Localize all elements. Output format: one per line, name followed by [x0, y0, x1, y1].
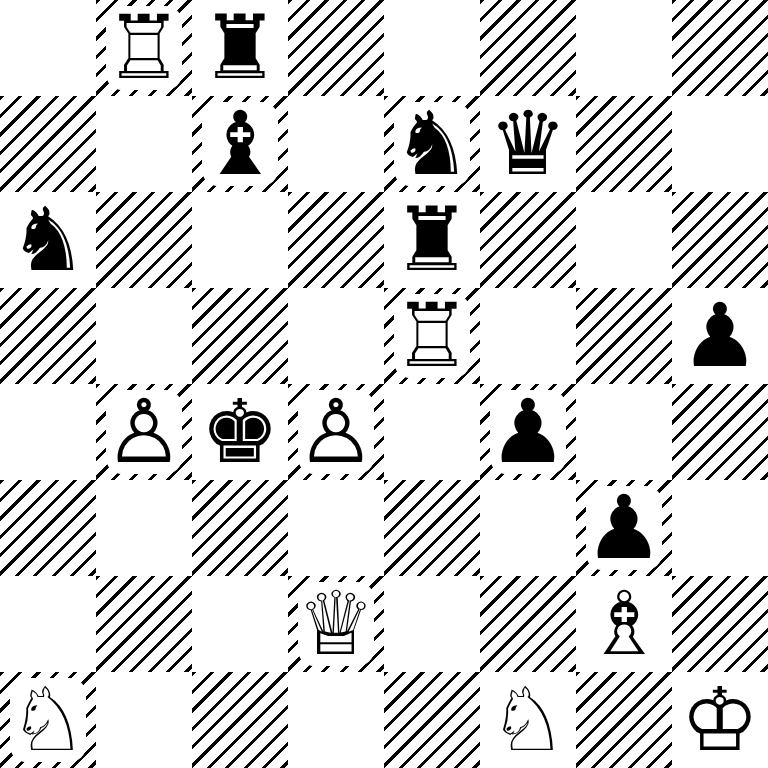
square-c8[interactable]: ♜: [192, 0, 288, 96]
square-f2[interactable]: [480, 576, 576, 672]
square-f3[interactable]: [480, 480, 576, 576]
black-knight[interactable]: ♞: [393, 96, 472, 192]
square-h2[interactable]: [672, 576, 768, 672]
square-g6[interactable]: [576, 192, 672, 288]
square-f6[interactable]: [480, 192, 576, 288]
square-d8[interactable]: [288, 0, 384, 96]
square-e8[interactable]: [384, 0, 480, 96]
square-a8[interactable]: [0, 0, 96, 96]
square-b2[interactable]: [96, 576, 192, 672]
square-e4[interactable]: [384, 384, 480, 480]
square-f4[interactable]: ♟: [480, 384, 576, 480]
square-a3[interactable]: [0, 480, 96, 576]
square-d5[interactable]: [288, 288, 384, 384]
square-d4[interactable]: ♙: [288, 384, 384, 480]
square-d7[interactable]: [288, 96, 384, 192]
square-g8[interactable]: [576, 0, 672, 96]
white-king[interactable]: ♔: [681, 672, 760, 768]
square-b5[interactable]: [96, 288, 192, 384]
white-rook[interactable]: ♖: [105, 0, 184, 96]
square-a6[interactable]: ♞: [0, 192, 96, 288]
square-c5[interactable]: [192, 288, 288, 384]
square-d6[interactable]: [288, 192, 384, 288]
square-g5[interactable]: [576, 288, 672, 384]
square-g3[interactable]: ♟: [576, 480, 672, 576]
square-f1[interactable]: ♘: [480, 672, 576, 768]
white-queen[interactable]: ♕: [297, 576, 376, 672]
square-a7[interactable]: [0, 96, 96, 192]
chess-board: ♖♜♝♞♛♞♜♖♟♙♚♙♟♟♕♗♘♘♔: [0, 0, 768, 768]
square-b1[interactable]: [96, 672, 192, 768]
black-pawn[interactable]: ♟: [489, 384, 568, 480]
square-e3[interactable]: [384, 480, 480, 576]
black-bishop[interactable]: ♝: [201, 96, 280, 192]
black-pawn[interactable]: ♟: [585, 480, 664, 576]
black-knight[interactable]: ♞: [9, 192, 88, 288]
black-queen[interactable]: ♛: [489, 96, 568, 192]
square-h7[interactable]: [672, 96, 768, 192]
square-a4[interactable]: [0, 384, 96, 480]
square-h5[interactable]: ♟: [672, 288, 768, 384]
square-b7[interactable]: [96, 96, 192, 192]
square-d2[interactable]: ♕: [288, 576, 384, 672]
white-knight[interactable]: ♘: [9, 672, 88, 768]
square-d3[interactable]: [288, 480, 384, 576]
square-c2[interactable]: [192, 576, 288, 672]
square-g7[interactable]: [576, 96, 672, 192]
square-h1[interactable]: ♔: [672, 672, 768, 768]
square-e2[interactable]: [384, 576, 480, 672]
white-pawn[interactable]: ♙: [105, 384, 184, 480]
square-g4[interactable]: [576, 384, 672, 480]
square-b8[interactable]: ♖: [96, 0, 192, 96]
square-g1[interactable]: [576, 672, 672, 768]
square-e6[interactable]: ♜: [384, 192, 480, 288]
square-h4[interactable]: [672, 384, 768, 480]
square-c4[interactable]: ♚: [192, 384, 288, 480]
square-e7[interactable]: ♞: [384, 96, 480, 192]
square-f7[interactable]: ♛: [480, 96, 576, 192]
square-b6[interactable]: [96, 192, 192, 288]
square-e5[interactable]: ♖: [384, 288, 480, 384]
white-knight[interactable]: ♘: [489, 672, 568, 768]
white-pawn[interactable]: ♙: [297, 384, 376, 480]
square-h6[interactable]: [672, 192, 768, 288]
square-h8[interactable]: [672, 0, 768, 96]
black-pawn[interactable]: ♟: [681, 288, 760, 384]
white-rook[interactable]: ♖: [393, 288, 472, 384]
black-king[interactable]: ♚: [201, 384, 280, 480]
square-c3[interactable]: [192, 480, 288, 576]
black-rook[interactable]: ♜: [393, 192, 472, 288]
square-e1[interactable]: [384, 672, 480, 768]
square-h3[interactable]: [672, 480, 768, 576]
square-c6[interactable]: [192, 192, 288, 288]
square-a2[interactable]: [0, 576, 96, 672]
square-a1[interactable]: ♘: [0, 672, 96, 768]
square-d1[interactable]: [288, 672, 384, 768]
square-c1[interactable]: [192, 672, 288, 768]
square-f8[interactable]: [480, 0, 576, 96]
square-f5[interactable]: [480, 288, 576, 384]
black-rook[interactable]: ♜: [201, 0, 280, 96]
square-a5[interactable]: [0, 288, 96, 384]
white-bishop[interactable]: ♗: [585, 576, 664, 672]
square-b4[interactable]: ♙: [96, 384, 192, 480]
square-g2[interactable]: ♗: [576, 576, 672, 672]
square-c7[interactable]: ♝: [192, 96, 288, 192]
square-b3[interactable]: [96, 480, 192, 576]
